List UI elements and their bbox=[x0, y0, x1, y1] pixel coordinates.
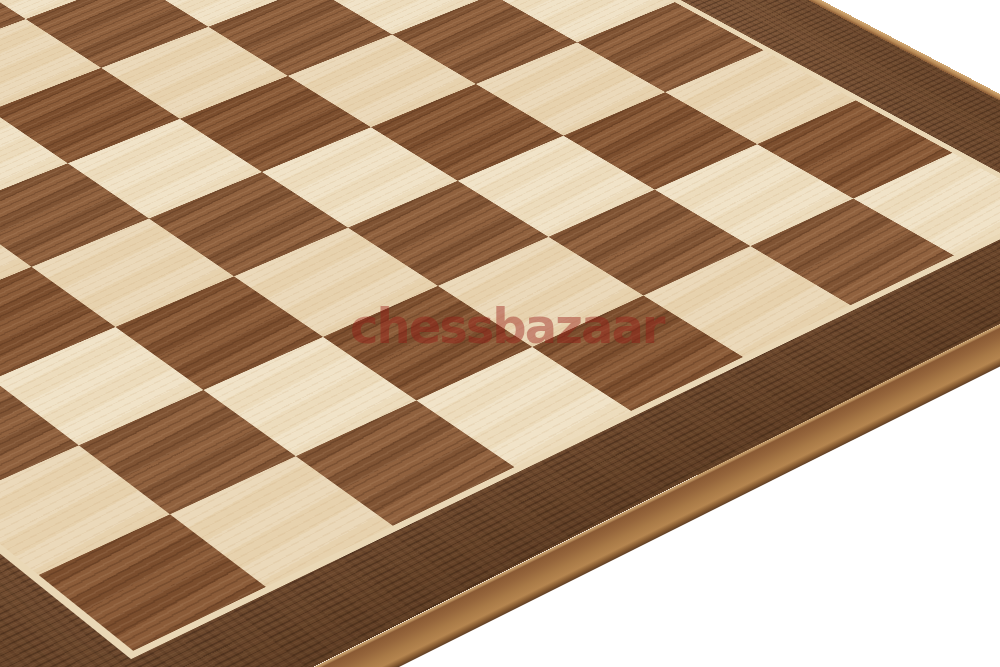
chessboard-product-photo: chessbazaar bbox=[0, 0, 1000, 667]
chess-board bbox=[0, 0, 1000, 667]
board-perspective-scene bbox=[0, 0, 1000, 667]
